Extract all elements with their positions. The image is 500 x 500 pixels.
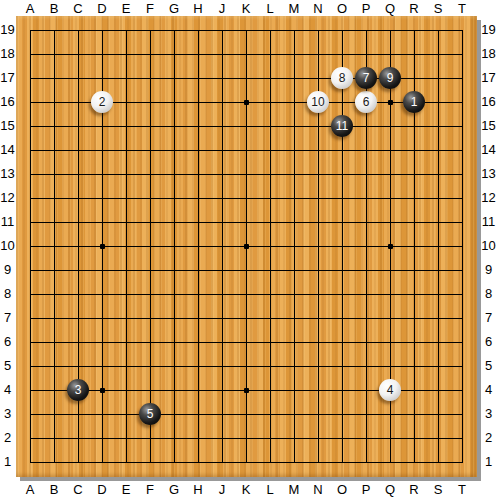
row-label: 13: [0, 162, 15, 186]
row-label: 1: [0, 450, 15, 474]
move-number: 1: [411, 96, 418, 108]
white-stone-o17: 8: [331, 67, 353, 89]
row-label: 19: [481, 18, 496, 42]
star-point-d4: [100, 388, 105, 393]
row-label: 17: [0, 66, 15, 90]
column-label: O: [330, 482, 354, 497]
row-label: 14: [481, 138, 496, 162]
move-number: 8: [339, 72, 346, 84]
row-label: 5: [481, 354, 496, 378]
row-label: 19: [0, 18, 15, 42]
black-stone-q17: 9: [379, 67, 401, 89]
column-label: N: [306, 482, 330, 497]
black-stone-p17: 7: [355, 67, 377, 89]
column-label: A: [18, 482, 42, 497]
column-label: H: [186, 1, 210, 16]
row-label: 8: [481, 282, 496, 306]
column-label: N: [306, 1, 330, 16]
column-label: P: [354, 1, 378, 16]
column-label: T: [450, 1, 474, 16]
row-label: 1: [481, 450, 496, 474]
column-label: G: [162, 1, 186, 16]
black-stone-f3: 5: [139, 403, 161, 425]
move-number: 9: [387, 72, 394, 84]
row-label: 4: [0, 378, 15, 402]
column-label: J: [210, 482, 234, 497]
column-label: C: [66, 482, 90, 497]
column-label: T: [450, 482, 474, 497]
row-label: 13: [481, 162, 496, 186]
column-label: A: [18, 1, 42, 16]
row-label: 15: [0, 114, 15, 138]
row-label: 12: [481, 186, 496, 210]
black-stone-c4: 3: [67, 379, 89, 401]
star-point-d10: [100, 244, 105, 249]
white-stone-n16: 10: [307, 91, 329, 113]
column-labels-bottom: ABCDEFGHJKLMNOPQRST: [18, 482, 474, 497]
row-labels-left: 19181716151413121110987654321: [0, 18, 15, 474]
row-label: 6: [0, 330, 15, 354]
column-label: E: [114, 1, 138, 16]
row-label: 16: [0, 90, 15, 114]
row-label: 9: [0, 258, 15, 282]
column-label: D: [90, 1, 114, 16]
row-label: 9: [481, 258, 496, 282]
go-board: 1234567891011: [16, 16, 477, 477]
star-point-k10: [244, 244, 249, 249]
column-label: S: [426, 482, 450, 497]
move-number: 5: [147, 408, 154, 420]
column-label: B: [42, 1, 66, 16]
row-label: 11: [481, 210, 496, 234]
column-label: L: [258, 1, 282, 16]
column-label: Q: [378, 1, 402, 16]
white-stone-p16: 6: [355, 91, 377, 113]
column-label: C: [66, 1, 90, 16]
row-label: 2: [0, 426, 15, 450]
star-point-k16: [244, 100, 249, 105]
column-label: K: [234, 482, 258, 497]
row-label: 8: [0, 282, 15, 306]
star-point-q16: [388, 100, 393, 105]
black-stone-o15: 11: [331, 115, 353, 137]
move-number: 7: [363, 72, 370, 84]
star-point-q10: [388, 244, 393, 249]
column-label: K: [234, 1, 258, 16]
column-label: S: [426, 1, 450, 16]
row-label: 18: [0, 42, 15, 66]
row-label: 16: [481, 90, 496, 114]
row-label: 4: [481, 378, 496, 402]
row-label: 3: [0, 402, 15, 426]
row-label: 10: [0, 234, 15, 258]
column-label: R: [402, 1, 426, 16]
column-label: F: [138, 1, 162, 16]
column-label: M: [282, 482, 306, 497]
column-label: R: [402, 482, 426, 497]
go-diagram: ABCDEFGHJKLMNOPQRST ABCDEFGHJKLMNOPQRST …: [0, 0, 500, 500]
row-label: 14: [0, 138, 15, 162]
row-label: 18: [481, 42, 496, 66]
column-label: O: [330, 1, 354, 16]
row-label: 10: [481, 234, 496, 258]
row-label: 7: [481, 306, 496, 330]
row-label: 12: [0, 186, 15, 210]
move-number: 2: [99, 96, 106, 108]
row-label: 2: [481, 426, 496, 450]
move-number: 4: [387, 384, 394, 396]
row-label: 5: [0, 354, 15, 378]
column-label: E: [114, 482, 138, 497]
move-number: 3: [75, 384, 82, 396]
row-label: 6: [481, 330, 496, 354]
move-number: 6: [363, 96, 370, 108]
column-label: G: [162, 482, 186, 497]
column-label: F: [138, 482, 162, 497]
row-label: 3: [481, 402, 496, 426]
white-stone-q4: 4: [379, 379, 401, 401]
row-label: 17: [481, 66, 496, 90]
move-number: 10: [311, 96, 324, 108]
column-label: B: [42, 482, 66, 497]
star-point-k4: [244, 388, 249, 393]
row-label: 11: [0, 210, 15, 234]
black-stone-r16: 1: [403, 91, 425, 113]
row-label: 15: [481, 114, 496, 138]
column-label: Q: [378, 482, 402, 497]
column-label: P: [354, 482, 378, 497]
white-stone-d16: 2: [91, 91, 113, 113]
row-label: 7: [0, 306, 15, 330]
column-label: H: [186, 482, 210, 497]
row-labels-right: 19181716151413121110987654321: [481, 18, 496, 474]
column-labels-top: ABCDEFGHJKLMNOPQRST: [18, 1, 474, 16]
column-label: L: [258, 482, 282, 497]
column-label: D: [90, 482, 114, 497]
column-label: M: [282, 1, 306, 16]
move-number: 11: [336, 120, 348, 132]
column-label: J: [210, 1, 234, 16]
